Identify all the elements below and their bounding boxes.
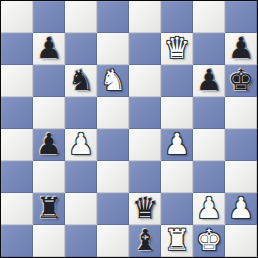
square-c5[interactable] [65, 97, 97, 129]
square-c4[interactable]: ♟ [65, 129, 97, 161]
square-g5[interactable] [193, 97, 225, 129]
square-g7[interactable] [193, 33, 225, 65]
square-b2[interactable]: ♜ [33, 193, 65, 225]
piece-black-bishop-e1[interactable]: ♝ [132, 226, 158, 255]
square-e3[interactable] [129, 161, 161, 193]
square-e4[interactable] [129, 129, 161, 161]
piece-white-queen-f7[interactable]: ♛ [164, 34, 190, 63]
square-f1[interactable]: ♜ [161, 225, 193, 257]
square-h3[interactable] [225, 161, 257, 193]
piece-white-pawn-g2[interactable]: ♟ [196, 194, 222, 223]
square-g8[interactable] [193, 1, 225, 33]
square-b5[interactable] [33, 97, 65, 129]
square-c8[interactable] [65, 1, 97, 33]
square-h5[interactable] [225, 97, 257, 129]
square-d3[interactable] [97, 161, 129, 193]
square-h7[interactable]: ♟ [225, 33, 257, 65]
square-h4[interactable] [225, 129, 257, 161]
square-b6[interactable] [33, 65, 65, 97]
square-c3[interactable] [65, 161, 97, 193]
square-e2[interactable]: ♛ [129, 193, 161, 225]
square-d7[interactable] [97, 33, 129, 65]
square-e6[interactable] [129, 65, 161, 97]
piece-white-king-g1[interactable]: ♚ [196, 226, 222, 255]
piece-white-knight-d6[interactable]: ♞ [100, 66, 126, 95]
square-b7[interactable]: ♟ [33, 33, 65, 65]
piece-black-pawn-b4[interactable]: ♟ [36, 130, 62, 159]
square-d6[interactable]: ♞ [97, 65, 129, 97]
square-f6[interactable] [161, 65, 193, 97]
square-g1[interactable]: ♚ [193, 225, 225, 257]
square-a7[interactable] [1, 33, 33, 65]
piece-black-knight-c6[interactable]: ♞ [68, 66, 94, 95]
piece-white-pawn-h2[interactable]: ♟ [228, 194, 254, 223]
square-c1[interactable] [65, 225, 97, 257]
piece-black-pawn-b7[interactable]: ♟ [36, 34, 62, 63]
square-b8[interactable] [33, 1, 65, 33]
piece-white-pawn-f4[interactable]: ♟ [164, 130, 190, 159]
square-g4[interactable] [193, 129, 225, 161]
piece-black-pawn-g6[interactable]: ♟ [196, 66, 222, 95]
square-c7[interactable] [65, 33, 97, 65]
square-h1[interactable] [225, 225, 257, 257]
piece-black-pawn-h7[interactable]: ♟ [228, 34, 254, 63]
square-e8[interactable] [129, 1, 161, 33]
square-f2[interactable] [161, 193, 193, 225]
square-h8[interactable] [225, 1, 257, 33]
square-g3[interactable] [193, 161, 225, 193]
square-e1[interactable]: ♝ [129, 225, 161, 257]
square-d8[interactable] [97, 1, 129, 33]
square-f5[interactable] [161, 97, 193, 129]
piece-white-pawn-c4[interactable]: ♟ [68, 130, 94, 159]
square-a4[interactable] [1, 129, 33, 161]
square-f7[interactable]: ♛ [161, 33, 193, 65]
piece-black-queen-e2[interactable]: ♛ [132, 194, 158, 223]
chess-board: ♟♛♟♞♞♟♚♟♟♟♜♛♟♟♝♜♚ [0, 0, 258, 258]
square-c2[interactable] [65, 193, 97, 225]
square-a8[interactable] [1, 1, 33, 33]
square-e5[interactable] [129, 97, 161, 129]
piece-black-king-h6[interactable]: ♚ [228, 66, 254, 95]
square-f4[interactable]: ♟ [161, 129, 193, 161]
square-d4[interactable] [97, 129, 129, 161]
piece-white-rook-f1[interactable]: ♜ [164, 226, 190, 255]
square-d2[interactable] [97, 193, 129, 225]
square-b4[interactable]: ♟ [33, 129, 65, 161]
square-d5[interactable] [97, 97, 129, 129]
square-h6[interactable]: ♚ [225, 65, 257, 97]
square-d1[interactable] [97, 225, 129, 257]
square-b1[interactable] [33, 225, 65, 257]
square-a5[interactable] [1, 97, 33, 129]
square-a3[interactable] [1, 161, 33, 193]
square-a1[interactable] [1, 225, 33, 257]
square-g6[interactable]: ♟ [193, 65, 225, 97]
square-e7[interactable] [129, 33, 161, 65]
square-g2[interactable]: ♟ [193, 193, 225, 225]
square-c6[interactable]: ♞ [65, 65, 97, 97]
square-h2[interactable]: ♟ [225, 193, 257, 225]
square-f3[interactable] [161, 161, 193, 193]
square-f8[interactable] [161, 1, 193, 33]
piece-black-rook-b2[interactable]: ♜ [36, 194, 62, 223]
square-a2[interactable] [1, 193, 33, 225]
square-a6[interactable] [1, 65, 33, 97]
square-b3[interactable] [33, 161, 65, 193]
